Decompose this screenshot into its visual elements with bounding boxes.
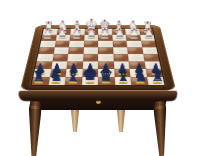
square-f4 bbox=[68, 47, 83, 54]
square-e8 bbox=[81, 77, 98, 85]
square-f8 bbox=[65, 77, 82, 85]
square-b6 bbox=[129, 61, 146, 69]
square-c4 bbox=[113, 47, 128, 54]
red-plume-accent bbox=[90, 19, 92, 21]
square-c5 bbox=[113, 54, 129, 61]
square-c6 bbox=[113, 61, 129, 69]
tabletop-front-edge bbox=[19, 91, 178, 102]
square-f6 bbox=[67, 61, 83, 69]
square-e7 bbox=[82, 69, 98, 77]
square-d7 bbox=[98, 69, 114, 77]
square-e6 bbox=[82, 61, 98, 69]
square-g8 bbox=[48, 77, 66, 85]
square-e4 bbox=[83, 47, 98, 54]
square-g4 bbox=[53, 47, 69, 54]
square-d8 bbox=[98, 77, 115, 85]
square-h6 bbox=[35, 61, 52, 69]
walnut-tabletop: ♜♞♝♚♛♝♞♜♟♟♟♟♟♟♟♟♟♟♟♟♟♟♟♟♜♞♝♚♛♝♞♜ bbox=[20, 25, 177, 91]
red-plume-accent bbox=[118, 20, 120, 22]
red-plume-accent bbox=[104, 19, 106, 21]
square-e5 bbox=[83, 54, 98, 61]
chess-board bbox=[30, 28, 166, 86]
square-h8 bbox=[31, 77, 49, 85]
square-b8 bbox=[130, 77, 148, 85]
table-scene: ♜♞♝♚♛♝♞♜♟♟♟♟♟♟♟♟♟♟♟♟♟♟♟♟♜♞♝♚♛♝♞♜ bbox=[0, 0, 197, 156]
red-plume-accent bbox=[76, 20, 78, 22]
square-a6 bbox=[144, 61, 161, 69]
square-f5 bbox=[67, 54, 83, 61]
square-h5 bbox=[37, 54, 54, 61]
square-d4 bbox=[98, 47, 113, 54]
square-f7 bbox=[66, 69, 83, 77]
square-d6 bbox=[98, 61, 114, 69]
square-h7 bbox=[33, 69, 50, 77]
square-h4 bbox=[38, 47, 54, 54]
red-plume-accent bbox=[132, 20, 134, 22]
square-c7 bbox=[114, 69, 131, 77]
square-a7 bbox=[145, 69, 162, 77]
square-g6 bbox=[51, 61, 68, 69]
square-a8 bbox=[147, 77, 165, 85]
red-plume-accent bbox=[48, 21, 50, 23]
chess-table-photo: ♜♞♝♚♛♝♞♜♟♟♟♟♟♟♟♟♟♟♟♟♟♟♟♟♜♞♝♚♛♝♞♜ bbox=[0, 0, 197, 156]
red-plume-accent bbox=[62, 20, 64, 22]
square-g5 bbox=[52, 54, 68, 61]
square-g7 bbox=[49, 69, 66, 77]
square-b4 bbox=[127, 47, 143, 54]
square-b5 bbox=[128, 54, 144, 61]
square-a4 bbox=[142, 47, 158, 54]
red-plume-accent bbox=[146, 21, 148, 23]
square-b7 bbox=[129, 69, 146, 77]
square-d5 bbox=[98, 54, 113, 61]
square-a5 bbox=[143, 54, 160, 61]
square-c8 bbox=[114, 77, 131, 85]
